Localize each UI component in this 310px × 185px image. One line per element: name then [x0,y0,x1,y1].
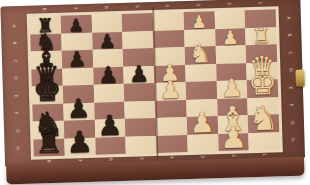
coord-right-B: B [287,34,292,37]
coord-bottom-3: 3 [201,155,206,158]
coord-left-F: F [14,112,19,115]
coord-bottom-1: 1 [262,153,267,156]
coord-left-D: D [14,77,19,81]
piece-white-knight-c3[interactable]: ♞ [188,40,211,66]
coord-bottom-4: 4 [170,156,175,159]
coord-right-C: C [288,51,293,54]
coord-right-H: H [290,138,295,142]
piece-black-pawn-g6[interactable]: ♟ [97,111,123,139]
coord-right-A: A [287,16,292,19]
coord-left-E: E [14,94,19,97]
piece-black-pawn-b6[interactable]: ♟ [99,32,117,51]
piece-black-pawn-c7[interactable]: ♟ [68,48,87,69]
piece-white-pawn-g3[interactable]: ♟ [189,108,215,136]
coord-top-6: 6 [104,5,109,8]
piece-white-rook-b1[interactable]: ♜ [251,25,271,47]
folding-chess-board: 88AA77BB66CC55DD44EE33FF22GG11HH ♜♟♟♞♟♟♜… [0,0,305,185]
piece-white-king-e1[interactable]: ♚ [248,67,278,100]
piece-black-pawn-d6[interactable]: ♟ [98,63,119,86]
piece-black-rook-h8[interactable]: ♜ [34,125,64,159]
coord-top-3: 3 [196,3,201,6]
coord-right-F: F [289,104,294,107]
piece-black-pawn-a7[interactable]: ♟ [68,17,84,35]
coord-left-H: H [16,147,21,151]
coord-top-4: 4 [165,4,170,7]
coord-left-G: G [15,129,20,133]
coord-top-1: 1 [258,1,263,4]
piece-black-pawn-d5[interactable]: ♟ [129,62,150,85]
coord-top-2: 2 [227,2,232,5]
piece-white-pawn-e4[interactable]: ♟ [159,77,181,102]
piece-white-knight-g1[interactable]: ♞ [248,101,279,136]
piece-black-king-e8[interactable]: ♚ [33,74,63,107]
coord-bottom-5: 5 [139,157,144,160]
piece-black-pawn-f7[interactable]: ♟ [67,96,91,123]
coord-right-D: D [288,68,293,72]
coord-right-E: E [289,86,294,89]
coord-top-8: 8 [42,7,47,10]
coord-left-B: B [12,42,17,45]
coord-top-7: 7 [73,6,78,9]
coordinate-labels: 88AA77BB66CC55DD44EE33FF22GG11HH [0,0,300,6]
piece-white-pawn-b2[interactable]: ♟ [221,28,239,47]
pieces-layer: ♜♟♟♞♟♟♜♝♟♞♛♟♟♟♛♚♟♟♚♟♞♟♟♝♞♜♟♟ [30,9,280,156]
coord-top-5: 5 [135,4,140,7]
coord-bottom-6: 6 [108,158,113,161]
piece-white-pawn-a3[interactable]: ♟ [191,13,207,31]
piece-white-pawn-e2[interactable]: ♟ [221,76,243,101]
chess-set-photo: 88AA77BB66CC55DD44EE33FF22GG11HH ♜♟♟♞♟♟♜… [0,0,310,185]
piece-black-pawn-h7[interactable]: ♟ [66,128,93,158]
brass-clasp [295,69,305,86]
coord-left-C: C [13,59,18,62]
piece-white-pawn-h2[interactable]: ♟ [220,123,247,153]
coord-left-A: A [12,24,17,27]
coord-right-G: G [290,121,295,125]
